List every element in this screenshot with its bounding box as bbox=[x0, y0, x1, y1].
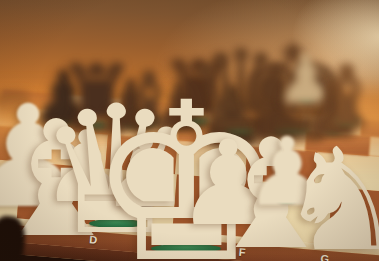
white-knight-glyph: ♞ bbox=[278, 130, 379, 261]
chessboard-photo: CDEFG ♟♜♟♝♟♜♟♛♟♚♟♟♝ ♟♝♟♛♟♚♟♝♟♞ bbox=[0, 0, 379, 261]
